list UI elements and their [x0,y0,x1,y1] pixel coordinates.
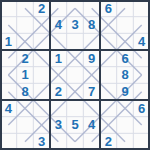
given-digit: 3 [71,18,78,31]
cell-r6c3[interactable] [33,83,50,100]
cell-r3c6[interactable] [83,33,100,50]
given-digit: 1 [21,68,28,81]
cell-r1c1[interactable] [0,0,17,17]
cell-r8c4[interactable]: 3 [50,117,67,134]
cell-r4c7[interactable] [100,50,117,67]
given-digit: 1 [55,52,62,65]
cell-r4c5[interactable] [67,50,84,67]
given-digit: 3 [55,118,62,131]
cell-r6c5[interactable] [67,83,84,100]
given-digit: 8 [121,68,128,81]
given-digit: 1 [5,35,12,48]
sudoku-board: 264381421961882794635432 [0,0,150,150]
cell-r9c9[interactable] [133,133,150,150]
given-digit: 6 [138,102,145,115]
cell-r2c7[interactable] [100,17,117,34]
cell-r3c8[interactable] [117,33,134,50]
cell-r6c6[interactable]: 7 [83,83,100,100]
cell-r3c3[interactable] [33,33,50,50]
given-digit: 9 [88,52,95,65]
cell-r8c2[interactable] [17,117,34,134]
given-digit: 4 [138,35,145,48]
given-digit: 6 [105,2,112,15]
given-digit: 4 [55,18,62,31]
given-digit: 3 [38,135,45,148]
cell-r2c3[interactable] [33,17,50,34]
cell-r5c4[interactable] [50,67,67,84]
cell-r5c6[interactable] [83,67,100,84]
cell-r1c4[interactable] [50,0,67,17]
cell-r1c7[interactable]: 6 [100,0,117,17]
cell-r9c3[interactable]: 3 [33,133,50,150]
cell-r9c1[interactable] [0,133,17,150]
cell-r8c3[interactable] [33,117,50,134]
cell-r2c6[interactable]: 8 [83,17,100,34]
cell-r6c8[interactable]: 9 [117,83,134,100]
cell-r1c8[interactable] [117,0,134,17]
cell-r5c3[interactable] [33,67,50,84]
cell-r7c9[interactable]: 6 [133,100,150,117]
cell-r5c1[interactable] [0,67,17,84]
cell-r1c3[interactable]: 2 [33,0,50,17]
cell-r2c1[interactable] [0,17,17,34]
given-digit: 5 [71,118,78,131]
given-digit: 6 [121,52,128,65]
cell-r3c1[interactable]: 1 [0,33,17,50]
cell-r7c7[interactable] [100,100,117,117]
cell-r2c2[interactable] [17,17,34,34]
cell-r7c4[interactable] [50,100,67,117]
cell-r9c6[interactable] [83,133,100,150]
cell-r9c5[interactable] [67,133,84,150]
cell-r8c8[interactable] [117,117,134,134]
given-digit: 2 [21,52,28,65]
given-digit: 8 [21,85,28,98]
given-digit: 8 [88,18,95,31]
cell-r9c4[interactable] [50,133,67,150]
cell-r1c5[interactable] [67,0,84,17]
cell-r4c2[interactable]: 2 [17,50,34,67]
cell-r8c1[interactable] [0,117,17,134]
cell-r4c9[interactable] [133,50,150,67]
sudoku-grid: 264381421961882794635432 [0,0,150,150]
cell-r2c5[interactable]: 3 [67,17,84,34]
cell-r9c8[interactable] [117,133,134,150]
cell-r7c8[interactable] [117,100,134,117]
given-digit: 2 [105,135,112,148]
cell-r8c9[interactable] [133,117,150,134]
cell-r9c7[interactable]: 2 [100,133,117,150]
cell-r3c7[interactable] [100,33,117,50]
cell-r3c4[interactable] [50,33,67,50]
cell-r9c2[interactable] [17,133,34,150]
cell-r6c1[interactable] [0,83,17,100]
cell-r8c5[interactable]: 5 [67,117,84,134]
cell-r2c8[interactable] [117,17,134,34]
cell-r6c7[interactable] [100,83,117,100]
cell-r1c9[interactable] [133,0,150,17]
given-digit: 2 [38,2,45,15]
cell-r7c6[interactable] [83,100,100,117]
cell-r5c7[interactable] [100,67,117,84]
given-digit: 4 [88,118,95,131]
given-digit: 2 [55,85,62,98]
cell-r3c5[interactable] [67,33,84,50]
cell-r4c6[interactable]: 9 [83,50,100,67]
cell-r4c3[interactable] [33,50,50,67]
given-digit: 4 [5,102,12,115]
cell-r2c4[interactable]: 4 [50,17,67,34]
cell-r5c2[interactable]: 1 [17,67,34,84]
cell-r8c7[interactable] [100,117,117,134]
cell-r7c2[interactable] [17,100,34,117]
given-digit: 9 [121,85,128,98]
cell-r5c9[interactable] [133,67,150,84]
cell-r1c6[interactable] [83,0,100,17]
cell-r7c3[interactable] [33,100,50,117]
given-digit: 7 [88,85,95,98]
cell-r4c8[interactable]: 6 [117,50,134,67]
cell-r4c4[interactable]: 1 [50,50,67,67]
cell-r7c5[interactable] [67,100,84,117]
cell-r6c2[interactable]: 8 [17,83,34,100]
cell-r5c8[interactable]: 8 [117,67,134,84]
cell-r3c9[interactable]: 4 [133,33,150,50]
cell-r1c2[interactable] [17,0,34,17]
cell-r5c5[interactable] [67,67,84,84]
cell-r2c9[interactable] [133,17,150,34]
cell-r6c9[interactable] [133,83,150,100]
cell-r4c1[interactable] [0,50,17,67]
cell-r3c2[interactable] [17,33,34,50]
cell-r8c6[interactable]: 4 [83,117,100,134]
cell-r6c4[interactable]: 2 [50,83,67,100]
cell-r7c1[interactable]: 4 [0,100,17,117]
